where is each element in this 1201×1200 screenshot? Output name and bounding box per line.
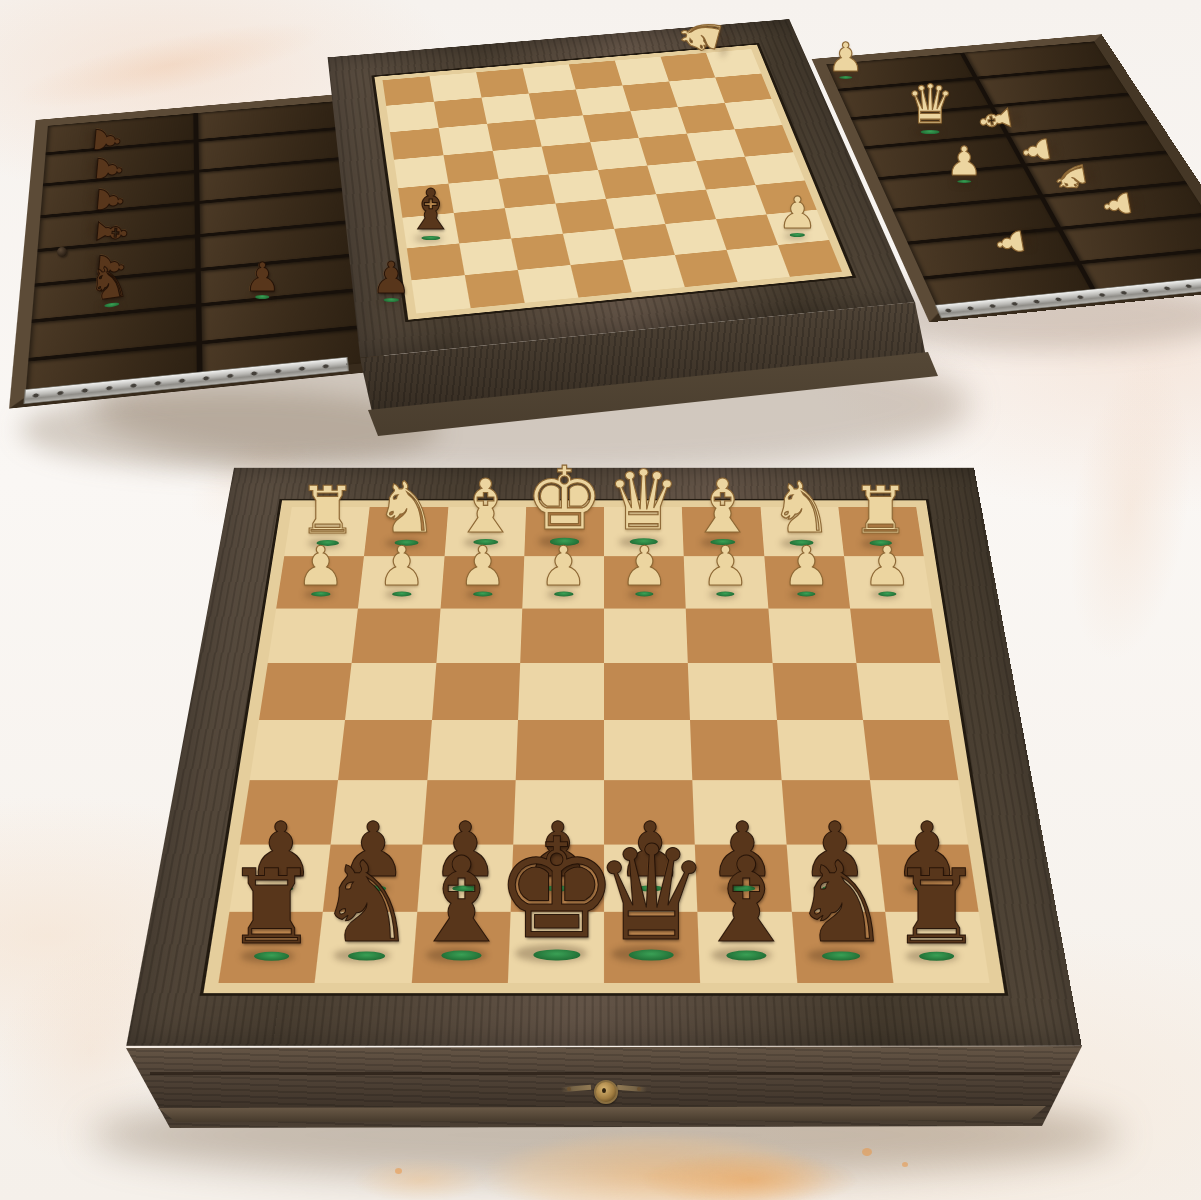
white-king: ♚ bbox=[525, 456, 603, 543]
drawer-compartment bbox=[1062, 216, 1201, 261]
board-square bbox=[394, 155, 449, 188]
piece-shadow bbox=[711, 947, 772, 962]
drawer-compartment bbox=[40, 173, 194, 215]
pawn-glyph: ♟ bbox=[946, 141, 982, 181]
board-square bbox=[508, 912, 604, 983]
piece-shadow bbox=[808, 948, 866, 962]
board-square bbox=[427, 720, 518, 780]
board-square bbox=[240, 780, 338, 844]
board-square bbox=[695, 844, 791, 911]
background-box-front bbox=[350, 270, 940, 445]
marble-vein bbox=[0, 834, 296, 1200]
rook-glyph: ♜ bbox=[298, 478, 356, 543]
felt-pad bbox=[730, 885, 756, 891]
pawn-glyph: ♟ bbox=[432, 814, 500, 890]
white-pawn: ♟ bbox=[863, 539, 912, 594]
board-square bbox=[678, 103, 735, 134]
piece-shadow bbox=[466, 591, 494, 598]
piece-shadow bbox=[86, 128, 92, 146]
orange-splash bbox=[330, 1150, 510, 1200]
piece-shadow bbox=[87, 218, 94, 239]
white-pawn: ♟ bbox=[458, 539, 507, 594]
right-drawer-compartments bbox=[826, 41, 1201, 312]
board-square bbox=[791, 912, 893, 983]
piece-shadow bbox=[463, 538, 501, 548]
board-square bbox=[614, 224, 675, 260]
board-square bbox=[276, 556, 364, 608]
black-pawn: ♟ bbox=[247, 814, 315, 890]
king-glyph: ♚ bbox=[494, 820, 618, 959]
drawer-compartment bbox=[1027, 153, 1186, 194]
board-square bbox=[716, 214, 778, 250]
board-square bbox=[402, 213, 459, 248]
piece-shadow bbox=[1012, 107, 1021, 128]
felt-pad bbox=[716, 591, 735, 596]
piece-shadow bbox=[426, 947, 487, 962]
piece-shadow bbox=[385, 538, 422, 547]
splash-droplet bbox=[395, 1168, 402, 1174]
white-pawn: ♟ bbox=[1017, 133, 1056, 169]
board-square bbox=[604, 720, 693, 780]
felt-pad bbox=[311, 591, 330, 596]
board-square bbox=[284, 507, 370, 556]
white-knight: ♞ bbox=[770, 473, 833, 543]
board-square bbox=[499, 174, 556, 208]
piece-shadow bbox=[535, 884, 574, 894]
felt-pad bbox=[727, 951, 767, 961]
white-queen: ♛ bbox=[906, 78, 954, 132]
board-square bbox=[863, 720, 959, 780]
drawer-compartment bbox=[201, 291, 366, 340]
piece-shadow bbox=[258, 884, 297, 894]
board-square bbox=[606, 194, 665, 229]
felt-pad bbox=[839, 76, 853, 79]
felt-pad bbox=[554, 591, 573, 596]
felt-pad bbox=[629, 950, 674, 961]
felt-pad bbox=[384, 298, 399, 302]
felt-pad bbox=[635, 591, 654, 596]
knight-glyph: ♞ bbox=[375, 473, 438, 543]
board-square bbox=[522, 556, 604, 608]
board-square bbox=[696, 157, 755, 190]
pawn-glyph: ♟ bbox=[828, 37, 864, 77]
felt-pad bbox=[878, 591, 897, 596]
pull-screw bbox=[637, 1087, 641, 1091]
piece-shadow bbox=[538, 536, 583, 547]
white-pawn: ♟ bbox=[1098, 187, 1137, 223]
board-square bbox=[524, 507, 604, 556]
felt-pad bbox=[421, 236, 440, 241]
queen-glyph: ♛ bbox=[906, 78, 954, 132]
white-pawn: ♟ bbox=[828, 37, 864, 77]
pawn-glyph: ♟ bbox=[801, 814, 869, 890]
piece-shadow bbox=[709, 591, 737, 598]
board-square bbox=[590, 138, 647, 170]
white-bishop: ♝ bbox=[973, 99, 1019, 141]
black-rook: ♜ bbox=[890, 855, 983, 958]
pawn-glyph: ♟ bbox=[339, 814, 407, 890]
piece-shadow bbox=[790, 591, 818, 598]
white-pawn: ♟ bbox=[778, 191, 817, 235]
right-drawer-slide bbox=[935, 275, 1201, 318]
black-bishop: ♝ bbox=[694, 841, 799, 958]
piece-shadow bbox=[952, 180, 973, 185]
white-knight: ♞ bbox=[375, 473, 438, 543]
piece-shadow bbox=[88, 158, 94, 176]
pull-wing-right bbox=[617, 1085, 647, 1093]
foreground-box-base-molding bbox=[146, 1106, 1062, 1122]
drawer-compartment bbox=[199, 159, 350, 201]
felt-pad bbox=[533, 949, 580, 961]
foreground-board bbox=[200, 499, 1009, 996]
board-square bbox=[755, 180, 816, 214]
piece-shadow bbox=[780, 538, 817, 547]
board-square bbox=[745, 152, 805, 185]
drawer-compartment bbox=[25, 345, 196, 398]
piece-shadow bbox=[812, 884, 851, 894]
board-square bbox=[432, 663, 520, 720]
black-pawn: ♟ bbox=[91, 153, 128, 186]
black-pawn: ♟ bbox=[372, 256, 411, 300]
felt-pad bbox=[104, 303, 119, 309]
felt-pad bbox=[392, 591, 411, 596]
drawer-compartment bbox=[198, 129, 346, 169]
board-square bbox=[411, 275, 470, 313]
board-square bbox=[690, 720, 781, 780]
board-square bbox=[417, 844, 513, 911]
board-square bbox=[563, 229, 623, 265]
white-bishop: ♝ bbox=[689, 469, 755, 543]
piece-shadow bbox=[308, 539, 342, 547]
black-pawn: ♟ bbox=[709, 814, 777, 890]
white-pawn: ♟ bbox=[296, 539, 345, 594]
board-square bbox=[661, 53, 716, 82]
black-pawn: ♟ bbox=[92, 184, 129, 217]
drawer-compartment bbox=[865, 136, 1020, 176]
board-square bbox=[656, 190, 716, 224]
marble-vein bbox=[992, 287, 1201, 734]
queen-glyph: ♛ bbox=[593, 827, 711, 958]
board-square bbox=[786, 844, 885, 911]
board-square bbox=[454, 208, 511, 243]
piece-shadow bbox=[385, 591, 413, 598]
piece-shadow bbox=[89, 189, 95, 207]
piece-shadow bbox=[414, 235, 443, 242]
piece-shadow bbox=[627, 884, 666, 894]
piece-shadow bbox=[905, 949, 959, 962]
pawn-glyph: ♟ bbox=[709, 814, 777, 890]
bishop-glyph: ♝ bbox=[689, 469, 755, 543]
board-square bbox=[767, 210, 830, 245]
board-square bbox=[515, 720, 604, 780]
board-square bbox=[569, 61, 623, 90]
pull-wing-left bbox=[561, 1085, 591, 1093]
board-square bbox=[665, 219, 726, 255]
pawn-glyph: ♟ bbox=[372, 256, 411, 300]
pawn-glyph: ♟ bbox=[91, 153, 128, 186]
drawer-compartment bbox=[200, 256, 361, 303]
board-square bbox=[434, 98, 487, 128]
piece-shadow bbox=[98, 302, 121, 311]
felt-pad bbox=[442, 951, 482, 961]
pawn-glyph: ♟ bbox=[377, 539, 426, 594]
piece-shadow bbox=[1088, 165, 1096, 185]
black-knight: ♞ bbox=[317, 847, 417, 959]
board-square bbox=[542, 142, 598, 174]
background-box-shadow bbox=[90, 330, 970, 480]
board-square bbox=[764, 556, 850, 608]
board-square bbox=[323, 844, 422, 911]
felt-pad bbox=[545, 885, 571, 891]
piece-shadow bbox=[904, 884, 943, 894]
pawn-glyph: ♟ bbox=[458, 539, 507, 594]
left-drawer-slide bbox=[23, 357, 349, 404]
left-drawer-compartments bbox=[25, 101, 370, 397]
white-pawn: ♟ bbox=[620, 539, 669, 594]
knight-glyph: ♞ bbox=[671, 7, 731, 63]
board-square bbox=[444, 507, 526, 556]
knight-glyph: ♞ bbox=[1050, 157, 1093, 197]
piece-shadow bbox=[871, 591, 899, 598]
board-square bbox=[444, 151, 499, 184]
piece-shadow bbox=[914, 129, 942, 136]
felt-pad bbox=[790, 539, 814, 545]
black-bishop: ♝ bbox=[405, 182, 455, 238]
pawn-glyph: ♟ bbox=[991, 225, 1030, 261]
white-pawn: ♟ bbox=[946, 141, 982, 181]
board-square bbox=[556, 199, 615, 234]
drawer-compartment bbox=[1010, 124, 1165, 164]
pawn-glyph: ♟ bbox=[782, 539, 831, 594]
pawn-glyph: ♟ bbox=[247, 814, 315, 890]
board-square bbox=[440, 556, 524, 608]
left-drawer-shadow bbox=[20, 390, 440, 470]
felt-pad bbox=[919, 952, 954, 961]
king-glyph: ♚ bbox=[525, 456, 603, 543]
board-square bbox=[698, 912, 797, 983]
felt-pad bbox=[473, 539, 498, 545]
black-pawn: ♟ bbox=[339, 814, 407, 890]
piece-shadow bbox=[1025, 232, 1032, 250]
drawer-compartment bbox=[38, 204, 195, 248]
drawer-compartment bbox=[893, 198, 1055, 242]
felt-pad bbox=[823, 951, 861, 960]
board-square bbox=[422, 780, 515, 844]
board-square bbox=[511, 234, 570, 270]
felt-pad bbox=[360, 885, 386, 891]
queen-glyph: ♛ bbox=[606, 461, 680, 544]
board-square bbox=[407, 243, 465, 280]
pawn-glyph: ♟ bbox=[616, 814, 684, 890]
drawer-compartment bbox=[1081, 249, 1201, 296]
board-square bbox=[449, 179, 505, 213]
drawer-pull[interactable] bbox=[561, 1078, 647, 1104]
board-square bbox=[529, 89, 583, 119]
board-square bbox=[358, 556, 444, 608]
board-square bbox=[598, 166, 656, 199]
drawer-compartment bbox=[826, 53, 972, 89]
black-knight: ♞ bbox=[791, 847, 891, 959]
felt-pad bbox=[797, 591, 816, 596]
rook-glyph: ♜ bbox=[851, 478, 909, 543]
board-square bbox=[315, 912, 417, 983]
drawer-compartment bbox=[198, 101, 343, 140]
drawer-compartment bbox=[839, 80, 988, 117]
board-square bbox=[338, 720, 431, 780]
board-square bbox=[615, 57, 669, 86]
felt-pad bbox=[550, 538, 580, 545]
black-queen: ♛ bbox=[593, 827, 711, 958]
felt-pad bbox=[921, 130, 939, 135]
board-square bbox=[535, 115, 590, 146]
white-knight: ♞ bbox=[1050, 157, 1093, 197]
piece-shadow bbox=[628, 591, 656, 598]
knight-glyph: ♞ bbox=[86, 259, 131, 308]
board-square bbox=[715, 74, 771, 103]
pawn-glyph: ♟ bbox=[92, 249, 129, 282]
piece-shadow bbox=[720, 884, 759, 894]
felt-pad bbox=[395, 539, 419, 545]
foreground-board-plane bbox=[0, 424, 1201, 1122]
drawer-compartment bbox=[994, 95, 1146, 133]
black-pawn: ♟ bbox=[801, 814, 869, 890]
marble-vein bbox=[0, 0, 385, 153]
pawn-glyph: ♟ bbox=[244, 257, 280, 297]
board-square bbox=[778, 240, 842, 277]
black-pawn: ♟ bbox=[432, 814, 500, 890]
board-square bbox=[885, 912, 990, 983]
felt-pad bbox=[914, 885, 940, 891]
knight-glyph: ♞ bbox=[317, 847, 417, 959]
board-square bbox=[411, 912, 510, 983]
felt-pad bbox=[453, 885, 479, 891]
board-square bbox=[482, 94, 536, 124]
board-square bbox=[604, 780, 695, 844]
board-square bbox=[781, 780, 877, 844]
drawer-compartment bbox=[202, 328, 370, 380]
board-square bbox=[250, 720, 346, 780]
board-square bbox=[386, 102, 438, 133]
board-square bbox=[493, 147, 549, 180]
piece-shadow bbox=[304, 591, 332, 598]
left-drawer-knob bbox=[57, 247, 67, 257]
board-square bbox=[604, 507, 684, 556]
felt-pad bbox=[957, 180, 971, 183]
background-pieces-layer: ♝♟♟♞♟♟♟♝♟♞♟♟♛♟♝♟♞♟♟ bbox=[0, 0, 1201, 1200]
board-square bbox=[331, 780, 427, 844]
pawn-glyph: ♟ bbox=[89, 124, 126, 157]
board-square bbox=[570, 260, 631, 298]
board-square bbox=[604, 663, 690, 720]
white-pawn: ♟ bbox=[782, 539, 831, 594]
board-square bbox=[706, 49, 761, 77]
board-square bbox=[725, 99, 782, 129]
piece-shadow bbox=[515, 945, 587, 963]
felt-pad bbox=[268, 885, 294, 891]
pawn-glyph: ♟ bbox=[296, 539, 345, 594]
felt-pad bbox=[629, 538, 657, 545]
splash-droplet bbox=[902, 1162, 908, 1167]
drawer-compartment bbox=[35, 237, 195, 283]
drawer-compartment bbox=[964, 41, 1110, 76]
piece-shadow bbox=[784, 233, 807, 239]
white-pawn: ♟ bbox=[991, 225, 1030, 261]
rook-glyph: ♜ bbox=[225, 855, 318, 958]
pull-screw bbox=[567, 1087, 571, 1091]
piece-shadow bbox=[443, 884, 482, 894]
felt-pad bbox=[637, 885, 663, 891]
black-bishop: ♝ bbox=[409, 841, 514, 958]
background-board-frame bbox=[328, 19, 915, 358]
board-square bbox=[548, 170, 605, 204]
board-square bbox=[688, 663, 776, 720]
board-square bbox=[686, 608, 772, 662]
knight-glyph: ♞ bbox=[770, 473, 833, 543]
pawn-glyph: ♟ bbox=[92, 184, 129, 217]
white-rook: ♜ bbox=[851, 478, 909, 543]
piece-shadow bbox=[834, 76, 855, 81]
pawn-glyph: ♟ bbox=[524, 814, 592, 890]
pull-rosette-knob bbox=[594, 1080, 618, 1104]
bishop-glyph: ♝ bbox=[409, 841, 514, 958]
pawn-glyph: ♟ bbox=[1017, 133, 1056, 169]
board-square bbox=[604, 556, 686, 608]
board-square bbox=[669, 77, 725, 107]
pawn-glyph: ♟ bbox=[893, 814, 961, 890]
background-board bbox=[371, 43, 856, 322]
board-square bbox=[777, 720, 870, 780]
board-square bbox=[520, 608, 604, 662]
board-square bbox=[639, 134, 697, 166]
felt-pad bbox=[256, 295, 270, 298]
background-box-molding bbox=[350, 270, 950, 460]
right-drawer bbox=[812, 34, 1201, 322]
board-square bbox=[523, 64, 576, 93]
board-square bbox=[706, 185, 767, 219]
drawer-compartment bbox=[29, 307, 196, 357]
drawer-compartment bbox=[852, 108, 1004, 147]
bishop-glyph: ♝ bbox=[452, 469, 518, 543]
board-square bbox=[364, 507, 448, 556]
board-square bbox=[229, 844, 330, 911]
drawer-compartment bbox=[200, 223, 358, 268]
pawn-glyph: ♟ bbox=[1098, 187, 1137, 223]
drawer-compartment bbox=[1044, 184, 1201, 227]
board-square bbox=[604, 608, 688, 662]
board-square bbox=[630, 107, 686, 138]
piece-shadow bbox=[700, 538, 738, 548]
white-bishop: ♝ bbox=[452, 469, 518, 543]
black-pawn: ♟ bbox=[244, 257, 280, 297]
pawn-glyph: ♟ bbox=[620, 539, 669, 594]
piece-shadow bbox=[547, 591, 575, 598]
felt-pad bbox=[790, 233, 805, 237]
board-square bbox=[429, 72, 481, 101]
black-rook: ♜ bbox=[225, 855, 318, 958]
board-square bbox=[735, 125, 794, 157]
piece-shadow bbox=[1051, 140, 1058, 158]
board-square bbox=[487, 120, 542, 151]
board-square bbox=[693, 780, 786, 844]
board-square bbox=[459, 239, 518, 276]
marble-vein bbox=[133, 378, 366, 582]
felt-pad bbox=[710, 539, 735, 545]
piece-shadow bbox=[240, 949, 294, 962]
pawn-glyph: ♟ bbox=[701, 539, 750, 594]
piece-shadow bbox=[861, 539, 895, 547]
board-square bbox=[345, 663, 436, 720]
board-square bbox=[870, 780, 968, 844]
